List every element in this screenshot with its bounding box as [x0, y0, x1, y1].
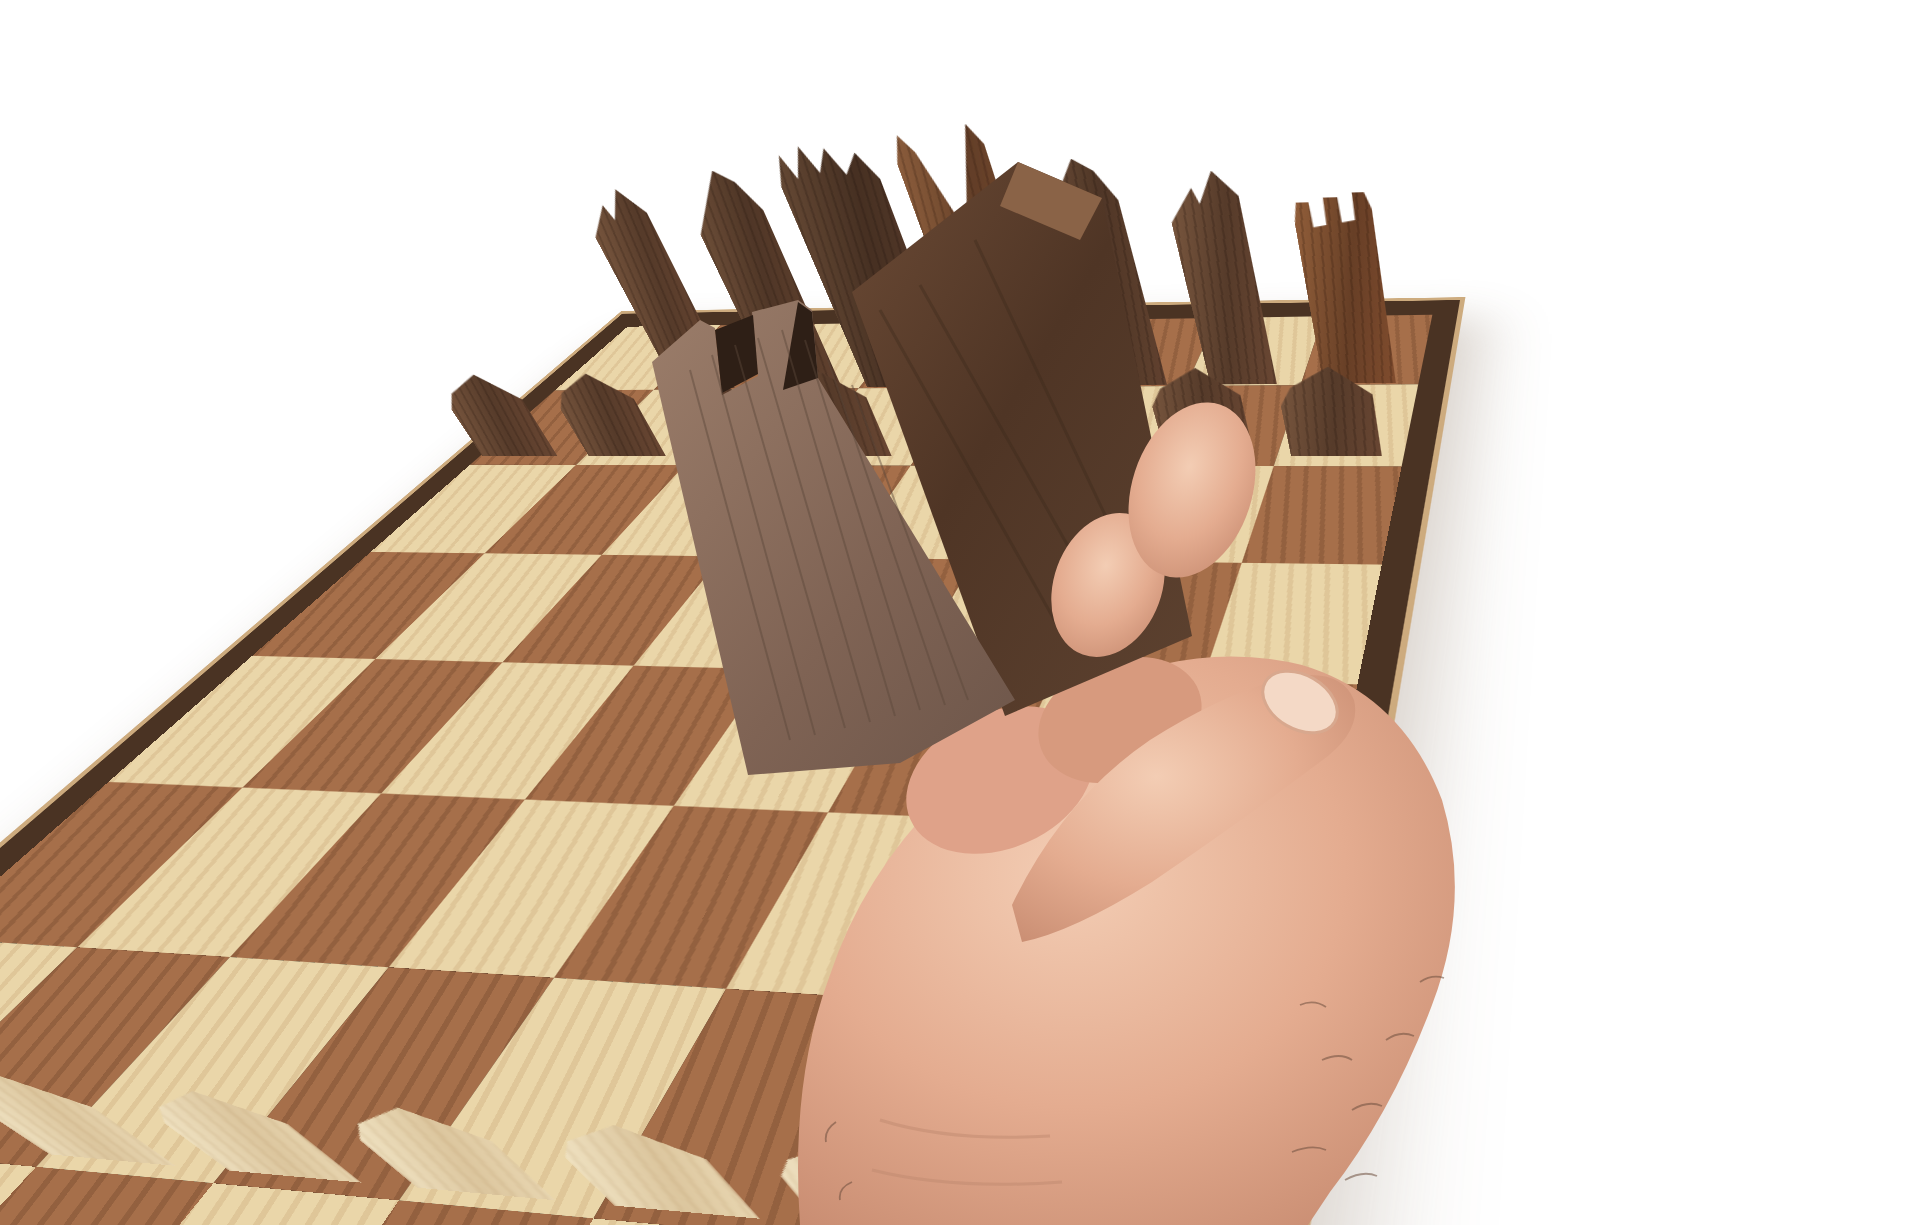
hand-and-held-piece-overlay [0, 0, 1920, 1225]
photo-scene: { "game": "chess", "description": "Overh… [0, 0, 1920, 1225]
